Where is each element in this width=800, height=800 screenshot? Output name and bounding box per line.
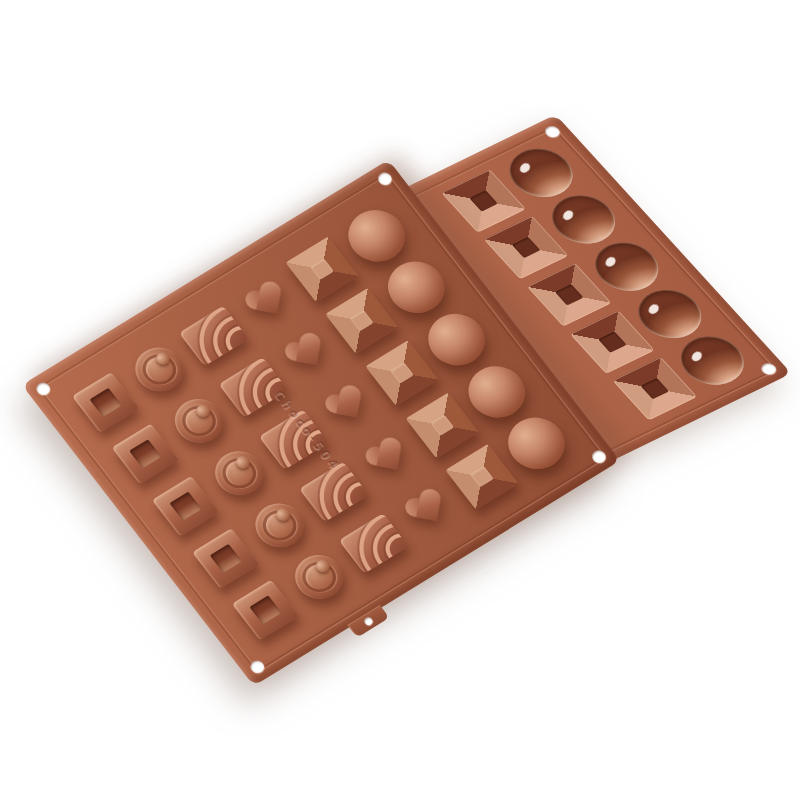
front-mold-corner-hole-bottom <box>248 658 267 675</box>
front-heart <box>280 329 336 378</box>
front-heart <box>360 433 416 482</box>
front-mold-corner-hole-top <box>375 170 394 187</box>
front-heart <box>320 381 376 430</box>
front-mold-hanging-tab <box>347 605 389 638</box>
product-photo-canvas: Choco-504 <box>0 0 800 800</box>
front-mold-corner-hole-right <box>589 448 608 465</box>
front-heart <box>240 277 296 326</box>
front-heart <box>400 485 456 534</box>
front-mold-tab-hole <box>363 616 375 627</box>
front-mold-corner-hole-left <box>34 380 53 397</box>
